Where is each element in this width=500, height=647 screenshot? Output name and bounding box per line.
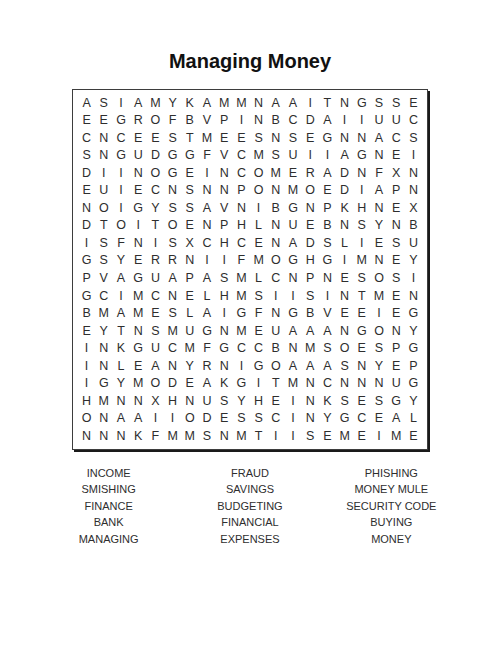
grid-cell: G bbox=[388, 392, 405, 410]
grid-cell: N bbox=[370, 252, 387, 270]
grid-cell: A bbox=[130, 94, 147, 112]
grid-cell: S bbox=[319, 234, 336, 252]
grid-cell: O bbox=[147, 112, 164, 130]
grid-cell: A bbox=[284, 322, 301, 340]
grid-cell: N bbox=[78, 199, 95, 217]
grid-cell: S bbox=[336, 392, 353, 410]
grid-cell: F bbox=[370, 164, 387, 182]
grid-cell: N bbox=[353, 129, 370, 147]
grid-cell: B bbox=[78, 305, 95, 323]
grid-cell: A bbox=[198, 375, 215, 393]
grid-cell: E bbox=[353, 427, 370, 445]
grid-cell: A bbox=[302, 322, 319, 340]
grid-cell: M bbox=[198, 129, 215, 147]
word-list-item: BANK bbox=[38, 514, 179, 530]
grid-cell: F bbox=[233, 252, 250, 270]
grid-cell: C bbox=[112, 129, 129, 147]
grid-cell: L bbox=[112, 357, 129, 375]
grid-cell: V bbox=[95, 269, 112, 287]
grid-cell: I bbox=[164, 410, 181, 428]
grid-cell: F bbox=[164, 112, 181, 130]
grid-cell: T bbox=[319, 94, 336, 112]
grid-cell: S bbox=[388, 234, 405, 252]
grid-cell: N bbox=[405, 164, 422, 182]
grid-cell: M bbox=[130, 287, 147, 305]
grid-cell: M bbox=[250, 252, 267, 270]
grid-cell: G bbox=[130, 340, 147, 358]
grid-cell: D bbox=[336, 182, 353, 200]
grid-cell: P bbox=[302, 269, 319, 287]
grid-cell: N bbox=[267, 217, 284, 235]
grid-cell: C bbox=[388, 129, 405, 147]
grid-cell: N bbox=[95, 129, 112, 147]
grid-cell: B bbox=[319, 217, 336, 235]
grid-cell: U bbox=[405, 234, 422, 252]
grid-cell: N bbox=[164, 182, 181, 200]
grid-cell: M bbox=[233, 287, 250, 305]
grid-cell: C bbox=[147, 182, 164, 200]
grid-cell: E bbox=[353, 392, 370, 410]
grid-cell: N bbox=[233, 199, 250, 217]
grid-cell: D bbox=[147, 147, 164, 165]
grid-cell: E bbox=[388, 287, 405, 305]
grid-cell: M bbox=[181, 340, 198, 358]
grid-cell: I bbox=[319, 287, 336, 305]
grid-cell: E bbox=[370, 234, 387, 252]
grid-cell: O bbox=[147, 164, 164, 182]
grid-cell: M bbox=[267, 164, 284, 182]
grid-cell: S bbox=[370, 340, 387, 358]
grid-cell: P bbox=[388, 340, 405, 358]
grid-cell: E bbox=[181, 375, 198, 393]
grid-cell: Y bbox=[147, 199, 164, 217]
grid-cell: T bbox=[181, 129, 198, 147]
grid-cell: C bbox=[233, 340, 250, 358]
grid-cell: N bbox=[302, 410, 319, 428]
grid-cell: N bbox=[302, 199, 319, 217]
grid-cell: L bbox=[405, 410, 422, 428]
grid-cell: S bbox=[181, 199, 198, 217]
grid-cell: M bbox=[388, 427, 405, 445]
grid-cell: A bbox=[302, 357, 319, 375]
grid-cell: A bbox=[319, 164, 336, 182]
word-column: INCOMESMISHINGFINANCEBANKMANAGING bbox=[38, 465, 179, 547]
grid-cell: N bbox=[216, 164, 233, 182]
grid-cell: H bbox=[353, 199, 370, 217]
grid-cell: P bbox=[216, 112, 233, 130]
word-list-item: MONEY MULE bbox=[321, 481, 462, 497]
grid-cell: E bbox=[302, 129, 319, 147]
grid-cell: I bbox=[267, 427, 284, 445]
grid-cell: M bbox=[284, 375, 301, 393]
grid-cell: R bbox=[130, 112, 147, 130]
grid-cell: P bbox=[388, 182, 405, 200]
grid-cell: G bbox=[405, 340, 422, 358]
grid-cell: C bbox=[284, 112, 301, 130]
grid-cell: A bbox=[112, 269, 129, 287]
grid-cell: S bbox=[388, 269, 405, 287]
grid-cell: G bbox=[405, 375, 422, 393]
grid-cell: N bbox=[353, 357, 370, 375]
grid-cell: M bbox=[284, 182, 301, 200]
grid-cell: A bbox=[198, 269, 215, 287]
grid-cell: F bbox=[147, 427, 164, 445]
grid-cell: E bbox=[216, 410, 233, 428]
grid-cell: E bbox=[336, 305, 353, 323]
grid-cell: U bbox=[284, 217, 301, 235]
grid-cell: S bbox=[233, 410, 250, 428]
letter-grid: ASIAMYKAMMNAAITNGSSEEEGROFBVPINBCDAIIUUC… bbox=[72, 89, 428, 450]
grid-cell: D bbox=[198, 410, 215, 428]
grid-cell: T bbox=[267, 375, 284, 393]
grid-cell: B bbox=[302, 305, 319, 323]
grid-cell: A bbox=[370, 182, 387, 200]
grid-cell: C bbox=[233, 234, 250, 252]
grid-cell: N bbox=[405, 287, 422, 305]
grid-cell: F bbox=[198, 147, 215, 165]
grid-cell: E bbox=[78, 322, 95, 340]
grid-cell: M bbox=[302, 340, 319, 358]
grid-cell: X bbox=[388, 164, 405, 182]
grid-cell: N bbox=[181, 252, 198, 270]
grid-cell: A bbox=[198, 199, 215, 217]
grid-cell: I bbox=[198, 164, 215, 182]
grid-cell: S bbox=[95, 234, 112, 252]
grid-cell: C bbox=[250, 340, 267, 358]
grid-cell: M bbox=[164, 322, 181, 340]
grid-cell: N bbox=[198, 182, 215, 200]
puzzle-title: Managing Money bbox=[0, 0, 500, 73]
grid-cell: I bbox=[112, 94, 129, 112]
grid-cell: I bbox=[250, 199, 267, 217]
grid-cell: V bbox=[198, 112, 215, 130]
grid-cell: I bbox=[284, 287, 301, 305]
word-list-item: PHISHING bbox=[321, 465, 462, 481]
word-list-item: SECURITY CODE bbox=[321, 498, 462, 514]
grid-cell: S bbox=[388, 94, 405, 112]
grid-cell: O bbox=[370, 269, 387, 287]
grid-cell: K bbox=[216, 375, 233, 393]
grid-cell: N bbox=[336, 375, 353, 393]
grid-cell: U bbox=[198, 392, 215, 410]
grid-cell: O bbox=[78, 410, 95, 428]
grid-cell: I bbox=[233, 112, 250, 130]
grid-cell: M bbox=[250, 147, 267, 165]
grid-cell: D bbox=[336, 164, 353, 182]
grid-cell: B bbox=[181, 112, 198, 130]
grid-cell: E bbox=[78, 182, 95, 200]
grid-cell: T bbox=[353, 287, 370, 305]
grid-cell: E bbox=[370, 410, 387, 428]
grid-cell: A bbox=[388, 410, 405, 428]
grid-cell: C bbox=[233, 164, 250, 182]
grid-cell: M bbox=[181, 427, 198, 445]
grid-cell: G bbox=[112, 147, 129, 165]
grid-cell: H bbox=[164, 392, 181, 410]
grid-cell: N bbox=[95, 357, 112, 375]
grid-cell: I bbox=[284, 427, 301, 445]
grid-cell: I bbox=[302, 147, 319, 165]
grid-cell: F bbox=[250, 305, 267, 323]
grid-cell: B bbox=[267, 199, 284, 217]
grid-cell: G bbox=[78, 252, 95, 270]
grid-cell: F bbox=[198, 340, 215, 358]
grid-cell: I bbox=[370, 427, 387, 445]
grid-cell: M bbox=[233, 94, 250, 112]
grid-cell: N bbox=[284, 269, 301, 287]
grid-cell: A bbox=[112, 305, 129, 323]
grid-cell: F bbox=[112, 234, 129, 252]
grid-cell: E bbox=[336, 269, 353, 287]
grid-cell: S bbox=[250, 129, 267, 147]
grid-cell: N bbox=[267, 305, 284, 323]
grid-cell: E bbox=[233, 129, 250, 147]
grid-cell: S bbox=[353, 269, 370, 287]
grid-cell: S bbox=[95, 94, 112, 112]
grid-cell: G bbox=[164, 164, 181, 182]
grid-cell: A bbox=[284, 357, 301, 375]
grid-cell: N bbox=[130, 164, 147, 182]
grid-cell: N bbox=[198, 217, 215, 235]
grid-cell: P bbox=[233, 182, 250, 200]
grid-cell: Y bbox=[112, 252, 129, 270]
grid-cell: N bbox=[370, 147, 387, 165]
grid-cell: I bbox=[198, 252, 215, 270]
grid-cell: G bbox=[95, 375, 112, 393]
grid-cell: A bbox=[284, 94, 301, 112]
grid-cell: O bbox=[95, 199, 112, 217]
grid-cell: I bbox=[284, 410, 301, 428]
grid-cell: R bbox=[198, 357, 215, 375]
grid-cell: N bbox=[164, 357, 181, 375]
grid-cell: S bbox=[336, 357, 353, 375]
grid-cell: B bbox=[267, 340, 284, 358]
grid-cell: N bbox=[216, 182, 233, 200]
grid-cell: H bbox=[302, 252, 319, 270]
grid-cell: G bbox=[130, 199, 147, 217]
grid-cell: E bbox=[250, 322, 267, 340]
grid-cell: G bbox=[198, 322, 215, 340]
grid-cell: I bbox=[405, 147, 422, 165]
grid-cell: I bbox=[78, 375, 95, 393]
grid-cell: S bbox=[198, 427, 215, 445]
grid-cell: E bbox=[130, 182, 147, 200]
grid-cell: E bbox=[319, 182, 336, 200]
grid-cell: S bbox=[405, 129, 422, 147]
grid-cell: S bbox=[250, 410, 267, 428]
grid-cell: I bbox=[78, 340, 95, 358]
grid-cell: S bbox=[147, 322, 164, 340]
grid-cell: A bbox=[78, 94, 95, 112]
grid-cell: R bbox=[164, 252, 181, 270]
grid-cell: M bbox=[233, 322, 250, 340]
grid-cell: C bbox=[147, 287, 164, 305]
grid-cell: I bbox=[147, 234, 164, 252]
grid-cell: M bbox=[95, 305, 112, 323]
grid-cell: I bbox=[147, 410, 164, 428]
grid-cell: U bbox=[181, 322, 198, 340]
grid-cell: I bbox=[302, 94, 319, 112]
grid-cell: Y bbox=[164, 94, 181, 112]
grid-cell: E bbox=[388, 357, 405, 375]
word-list-item: BUDGETING bbox=[179, 498, 320, 514]
grid-cell: E bbox=[181, 217, 198, 235]
grid-cell: Y bbox=[319, 410, 336, 428]
grid-cell: N bbox=[267, 182, 284, 200]
grid-cell: S bbox=[164, 199, 181, 217]
grid-cell: C bbox=[405, 112, 422, 130]
grid-cell: I bbox=[112, 164, 129, 182]
grid-cell: I bbox=[78, 357, 95, 375]
grid-cell: K bbox=[112, 340, 129, 358]
grid-cell: S bbox=[164, 234, 181, 252]
grid-cell: N bbox=[388, 322, 405, 340]
grid-cell: S bbox=[164, 305, 181, 323]
grid-cell: H bbox=[233, 217, 250, 235]
grid-cell: N bbox=[370, 199, 387, 217]
grid-cell: G bbox=[181, 147, 198, 165]
grid-cell: E bbox=[181, 287, 198, 305]
grid-cell: A bbox=[112, 410, 129, 428]
grid-cell: I bbox=[233, 357, 250, 375]
grid-cell: M bbox=[233, 269, 250, 287]
grid-cell: C bbox=[164, 340, 181, 358]
word-list-item: FRAUD bbox=[179, 465, 320, 481]
grid-cell: O bbox=[112, 217, 129, 235]
grid-cell: O bbox=[147, 375, 164, 393]
grid-cell: I bbox=[370, 305, 387, 323]
grid-cell: U bbox=[130, 147, 147, 165]
grid-cell: H bbox=[250, 392, 267, 410]
grid-cell: G bbox=[112, 112, 129, 130]
grid-cell: N bbox=[130, 234, 147, 252]
grid-cell: E bbox=[147, 129, 164, 147]
grid-cell: L bbox=[181, 305, 198, 323]
grid-cell: E bbox=[405, 427, 422, 445]
grid-cell: A bbox=[267, 94, 284, 112]
grid-cell: G bbox=[130, 269, 147, 287]
grid-cell: S bbox=[302, 287, 319, 305]
grid-cell: M bbox=[353, 252, 370, 270]
grid-cell: N bbox=[95, 340, 112, 358]
grid-cell: S bbox=[181, 182, 198, 200]
grid-cell: N bbox=[130, 322, 147, 340]
grid-cell: I bbox=[216, 305, 233, 323]
grid-cell: G bbox=[216, 340, 233, 358]
grid-cell: U bbox=[388, 112, 405, 130]
grid-cell: N bbox=[336, 129, 353, 147]
grid-cell: A bbox=[164, 269, 181, 287]
grid-cell: E bbox=[353, 340, 370, 358]
grid-cell: U bbox=[95, 182, 112, 200]
grid-cell: T bbox=[147, 217, 164, 235]
grid-cell: U bbox=[370, 112, 387, 130]
grid-cell: D bbox=[78, 164, 95, 182]
grid-cell: S bbox=[319, 340, 336, 358]
grid-cell: N bbox=[216, 357, 233, 375]
grid-cell: Y bbox=[405, 322, 422, 340]
grid-cell: N bbox=[250, 94, 267, 112]
grid-cell: N bbox=[130, 392, 147, 410]
grid-cell: I bbox=[216, 252, 233, 270]
grid-cell: V bbox=[216, 147, 233, 165]
grid-cell: I bbox=[250, 375, 267, 393]
grid-cell: D bbox=[302, 112, 319, 130]
word-list-item: SAVINGS bbox=[179, 481, 320, 497]
grid-cell: N bbox=[302, 375, 319, 393]
grid-cell: E bbox=[181, 164, 198, 182]
grid-cell: G bbox=[336, 410, 353, 428]
grid-cell: G bbox=[233, 305, 250, 323]
word-list-item: SMISHING bbox=[38, 481, 179, 497]
grid-cell: N bbox=[353, 164, 370, 182]
grid-cell: N bbox=[216, 322, 233, 340]
grid-cell: D bbox=[302, 234, 319, 252]
grid-cell: O bbox=[164, 217, 181, 235]
grid-cell: P bbox=[78, 269, 95, 287]
grid-cell: E bbox=[267, 392, 284, 410]
grid-cell: E bbox=[78, 112, 95, 130]
grid-cell: Y bbox=[370, 217, 387, 235]
grid-cell: G bbox=[319, 252, 336, 270]
grid-cell: S bbox=[267, 147, 284, 165]
grid-cell: O bbox=[181, 410, 198, 428]
grid-cell: S bbox=[302, 427, 319, 445]
grid-cell: O bbox=[267, 357, 284, 375]
grid-cell: A bbox=[319, 322, 336, 340]
grid-cell: L bbox=[198, 287, 215, 305]
word-list-item: FINANCIAL bbox=[179, 514, 320, 530]
grid-cell: M bbox=[336, 427, 353, 445]
grid-cell: M bbox=[216, 94, 233, 112]
grid-cell: A bbox=[198, 305, 215, 323]
grid-cell: U bbox=[267, 322, 284, 340]
grid-cell: I bbox=[319, 147, 336, 165]
grid-cell: S bbox=[164, 129, 181, 147]
grid-cell: C bbox=[78, 129, 95, 147]
grid-cell: U bbox=[388, 375, 405, 393]
grid-cell: U bbox=[147, 269, 164, 287]
grid-cell: N bbox=[319, 269, 336, 287]
grid-cell: H bbox=[216, 287, 233, 305]
grid-cell: V bbox=[319, 305, 336, 323]
puzzle-page: Managing Money ASIAMYKAMMNAAITNGSSEEEGRO… bbox=[0, 0, 500, 647]
grid-cell: G bbox=[250, 357, 267, 375]
grid-cell: E bbox=[147, 305, 164, 323]
grid-cell: G bbox=[284, 252, 301, 270]
grid-cell: M bbox=[130, 305, 147, 323]
grid-cell: E bbox=[319, 427, 336, 445]
grid-cell: E bbox=[284, 164, 301, 182]
grid-cell: Y bbox=[370, 357, 387, 375]
grid-cell: I bbox=[284, 392, 301, 410]
grid-cell: M bbox=[233, 427, 250, 445]
grid-cell: P bbox=[181, 269, 198, 287]
grid-cell: I bbox=[95, 164, 112, 182]
grid-cell: T bbox=[95, 217, 112, 235]
grid-cell: M bbox=[147, 94, 164, 112]
grid-cell: A bbox=[370, 129, 387, 147]
grid-cell: S bbox=[370, 94, 387, 112]
grid-cell: I bbox=[112, 199, 129, 217]
grid-cell: N bbox=[336, 322, 353, 340]
grid-cell: I bbox=[112, 182, 129, 200]
grid-cell: K bbox=[336, 199, 353, 217]
grid-cell: N bbox=[267, 129, 284, 147]
grid-cell: N bbox=[353, 375, 370, 393]
grid-cell: A bbox=[130, 410, 147, 428]
grid-cell: N bbox=[370, 375, 387, 393]
